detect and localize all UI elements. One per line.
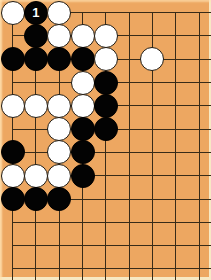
intersection[interactable] xyxy=(24,24,47,47)
intersection[interactable] xyxy=(187,24,210,47)
white-stone[interactable] xyxy=(1,94,25,118)
intersection[interactable] xyxy=(141,48,164,71)
grid-line-vertical xyxy=(152,117,153,140)
grid-line-vertical xyxy=(199,71,200,94)
grid-line-vertical xyxy=(129,48,130,71)
intersection[interactable] xyxy=(94,141,117,164)
intersection[interactable] xyxy=(187,117,210,140)
intersection[interactable] xyxy=(24,164,47,187)
grid-line-vertical xyxy=(199,257,200,280)
grid-line-vertical xyxy=(199,164,200,187)
intersection[interactable] xyxy=(141,234,164,257)
intersection[interactable] xyxy=(164,1,187,24)
intersection[interactable] xyxy=(94,24,117,47)
intersection[interactable] xyxy=(48,94,71,117)
intersection[interactable] xyxy=(1,234,24,257)
grid-line-horizontal xyxy=(13,129,25,130)
intersection[interactable] xyxy=(117,24,140,47)
grid-line-vertical xyxy=(82,257,83,280)
intersection[interactable] xyxy=(94,117,117,140)
grid-line-vertical xyxy=(35,71,36,94)
white-stone[interactable] xyxy=(71,71,95,95)
grid-line-vertical xyxy=(59,211,60,234)
intersection[interactable] xyxy=(94,71,117,94)
intersection[interactable] xyxy=(71,234,94,257)
grid-line-vertical xyxy=(12,24,13,47)
grid-line-vertical xyxy=(129,164,130,187)
grid-line-vertical xyxy=(175,141,176,164)
black-stone[interactable]: 1 xyxy=(24,1,48,25)
grid-line-vertical xyxy=(12,211,13,234)
intersection[interactable] xyxy=(164,187,187,210)
intersection[interactable] xyxy=(141,1,164,24)
black-stone[interactable] xyxy=(71,47,95,71)
white-stone[interactable] xyxy=(94,24,118,48)
black-stone[interactable] xyxy=(24,187,48,211)
intersection[interactable] xyxy=(141,141,164,164)
grid-line-horizontal xyxy=(13,245,25,246)
grid-line-vertical xyxy=(105,187,106,210)
grid-line-vertical xyxy=(105,211,106,234)
intersection[interactable] xyxy=(94,211,117,234)
grid-line-vertical xyxy=(199,24,200,47)
intersection[interactable] xyxy=(1,257,24,280)
intersection[interactable] xyxy=(94,257,117,280)
grid-line-vertical xyxy=(12,117,13,140)
black-stone[interactable] xyxy=(47,187,71,211)
intersection[interactable] xyxy=(24,94,47,117)
white-stone[interactable] xyxy=(47,24,71,48)
intersection[interactable] xyxy=(71,1,94,24)
grid-line-vertical xyxy=(12,234,13,257)
intersection[interactable] xyxy=(164,141,187,164)
intersection[interactable] xyxy=(1,48,24,71)
intersection[interactable] xyxy=(164,94,187,117)
intersection[interactable] xyxy=(117,141,140,164)
grid-line-vertical xyxy=(152,234,153,257)
intersection[interactable] xyxy=(164,24,187,47)
grid-line-vertical xyxy=(35,117,36,140)
grid-line-vertical xyxy=(35,141,36,164)
intersection[interactable] xyxy=(164,211,187,234)
intersection[interactable] xyxy=(71,187,94,210)
intersection[interactable] xyxy=(117,211,140,234)
grid-line-vertical xyxy=(129,71,130,94)
intersection[interactable] xyxy=(164,48,187,71)
grid-line-vertical xyxy=(82,234,83,257)
white-stone[interactable] xyxy=(24,164,48,188)
black-stone[interactable] xyxy=(71,117,95,141)
grid-line-vertical xyxy=(129,257,130,280)
grid-line-vertical xyxy=(199,13,200,25)
intersection[interactable] xyxy=(48,164,71,187)
intersection[interactable] xyxy=(117,48,140,71)
intersection[interactable] xyxy=(1,164,24,187)
intersection[interactable] xyxy=(1,24,24,47)
white-stone[interactable] xyxy=(1,164,25,188)
intersection[interactable] xyxy=(164,164,187,187)
black-stone[interactable] xyxy=(24,47,48,71)
white-stone[interactable] xyxy=(47,140,71,164)
intersection[interactable] xyxy=(1,117,24,140)
intersection[interactable] xyxy=(48,71,71,94)
intersection[interactable] xyxy=(187,94,210,117)
grid-line-vertical xyxy=(152,164,153,187)
grid-line-vertical xyxy=(175,94,176,117)
intersection[interactable] xyxy=(24,211,47,234)
grid-line-vertical xyxy=(105,164,106,187)
grid-line-vertical xyxy=(175,257,176,280)
grid-line-vertical xyxy=(152,94,153,117)
intersection[interactable] xyxy=(24,187,47,210)
intersection[interactable] xyxy=(117,234,140,257)
intersection[interactable] xyxy=(141,71,164,94)
intersection[interactable] xyxy=(117,1,140,24)
intersection[interactable] xyxy=(94,1,117,24)
grid-line-vertical xyxy=(152,187,153,210)
grid-line-vertical xyxy=(199,211,200,234)
grid-line-vertical xyxy=(59,71,60,94)
grid-line-vertical xyxy=(175,24,176,47)
grid-line-vertical xyxy=(105,13,106,25)
intersection[interactable] xyxy=(48,234,71,257)
intersection[interactable] xyxy=(71,257,94,280)
intersection[interactable] xyxy=(187,211,210,234)
intersection[interactable] xyxy=(94,94,117,117)
grid-line-vertical xyxy=(82,211,83,234)
grid-line-horizontal xyxy=(13,35,25,36)
grid-line-vertical xyxy=(105,141,106,164)
white-stone[interactable] xyxy=(47,94,71,118)
grid-line-vertical xyxy=(35,257,36,280)
white-stone[interactable] xyxy=(1,1,25,25)
grid-line-vertical xyxy=(152,13,153,25)
grid-line-vertical xyxy=(152,24,153,47)
black-stone[interactable] xyxy=(1,47,25,71)
black-stone[interactable] xyxy=(71,140,95,164)
intersection[interactable] xyxy=(94,234,117,257)
grid-line-vertical xyxy=(129,13,130,25)
grid-line-vertical xyxy=(175,164,176,187)
grid-line-vertical xyxy=(175,187,176,210)
intersection[interactable] xyxy=(141,117,164,140)
intersection[interactable] xyxy=(187,1,210,24)
intersection[interactable] xyxy=(71,211,94,234)
intersection[interactable] xyxy=(48,187,71,210)
intersection[interactable] xyxy=(24,141,47,164)
grid-line-vertical xyxy=(35,211,36,234)
white-stone[interactable] xyxy=(47,1,71,25)
grid-line-horizontal xyxy=(13,82,25,83)
grid-line-vertical xyxy=(175,234,176,257)
intersection[interactable] xyxy=(48,257,71,280)
intersection[interactable] xyxy=(164,117,187,140)
grid-line-vertical xyxy=(199,187,200,210)
intersection[interactable] xyxy=(141,187,164,210)
intersection[interactable] xyxy=(48,141,71,164)
intersection[interactable] xyxy=(187,48,210,71)
intersection[interactable] xyxy=(71,24,94,47)
grid-line-horizontal xyxy=(13,222,25,223)
grid-line-horizontal xyxy=(13,268,25,269)
intersection[interactable] xyxy=(71,94,94,117)
intersection[interactable] xyxy=(141,164,164,187)
grid-line-vertical xyxy=(175,71,176,94)
black-stone[interactable] xyxy=(47,47,71,71)
intersection[interactable] xyxy=(1,187,24,210)
black-stone[interactable] xyxy=(94,71,118,95)
grid-line-vertical xyxy=(129,141,130,164)
grid-line-vertical xyxy=(199,48,200,71)
intersection[interactable] xyxy=(71,141,94,164)
intersection[interactable] xyxy=(187,187,210,210)
grid-line-vertical xyxy=(199,117,200,140)
intersection[interactable] xyxy=(141,211,164,234)
grid-line-vertical xyxy=(175,13,176,25)
intersection[interactable] xyxy=(1,1,24,24)
grid-line-vertical xyxy=(82,187,83,210)
black-stone[interactable] xyxy=(1,140,25,164)
grid-line-vertical xyxy=(152,141,153,164)
intersection[interactable] xyxy=(187,257,210,280)
grid-line-vertical xyxy=(199,94,200,117)
intersection[interactable] xyxy=(141,24,164,47)
white-stone[interactable] xyxy=(71,94,95,118)
intersection[interactable] xyxy=(48,48,71,71)
intersection[interactable] xyxy=(1,71,24,94)
grid-line-vertical xyxy=(59,234,60,257)
grid-line-vertical xyxy=(105,257,106,280)
intersection[interactable] xyxy=(71,48,94,71)
grid-line-vertical xyxy=(59,257,60,280)
grid-line-vertical xyxy=(129,211,130,234)
intersection[interactable] xyxy=(117,71,140,94)
grid-line-vertical xyxy=(175,48,176,71)
white-stone[interactable] xyxy=(24,94,48,118)
intersection[interactable] xyxy=(187,164,210,187)
intersection[interactable] xyxy=(117,94,140,117)
intersection[interactable] xyxy=(24,257,47,280)
grid-line-vertical xyxy=(82,13,83,25)
white-stone[interactable] xyxy=(140,47,164,71)
grid-line-vertical xyxy=(152,211,153,234)
grid-line-vertical xyxy=(12,257,13,280)
black-stone[interactable] xyxy=(94,117,118,141)
intersection[interactable]: 1 xyxy=(24,1,47,24)
intersection[interactable] xyxy=(1,211,24,234)
intersection[interactable] xyxy=(164,257,187,280)
intersection[interactable] xyxy=(1,94,24,117)
grid-line-vertical xyxy=(12,71,13,94)
intersection[interactable] xyxy=(141,94,164,117)
grid-line-vertical xyxy=(152,257,153,280)
grid-line-vertical xyxy=(175,117,176,140)
white-stone[interactable] xyxy=(47,117,71,141)
grid-line-vertical xyxy=(199,234,200,257)
grid-line-vertical xyxy=(199,141,200,164)
black-stone[interactable] xyxy=(1,187,25,211)
intersection[interactable] xyxy=(71,71,94,94)
intersection[interactable] xyxy=(71,117,94,140)
intersection[interactable] xyxy=(48,211,71,234)
intersection[interactable] xyxy=(187,141,210,164)
grid-line-vertical xyxy=(175,211,176,234)
intersection[interactable] xyxy=(141,257,164,280)
grid-line-vertical xyxy=(105,234,106,257)
grid-line-vertical xyxy=(129,234,130,257)
intersection[interactable] xyxy=(117,187,140,210)
intersection[interactable] xyxy=(48,117,71,140)
intersection[interactable] xyxy=(94,164,117,187)
grid-line-vertical xyxy=(129,94,130,117)
grid-line-vertical xyxy=(129,117,130,140)
intersection[interactable] xyxy=(48,24,71,47)
white-stone[interactable] xyxy=(71,24,95,48)
grid-line-vertical xyxy=(129,24,130,47)
intersection[interactable] xyxy=(164,234,187,257)
intersection[interactable] xyxy=(94,48,117,71)
intersection[interactable] xyxy=(117,117,140,140)
intersection[interactable] xyxy=(24,117,47,140)
intersection[interactable] xyxy=(117,257,140,280)
grid-line-vertical xyxy=(35,234,36,257)
move-number-label: 1 xyxy=(32,6,39,19)
intersection[interactable] xyxy=(94,187,117,210)
intersection[interactable] xyxy=(164,71,187,94)
intersection[interactable] xyxy=(24,71,47,94)
intersection[interactable] xyxy=(71,164,94,187)
black-stone[interactable] xyxy=(71,164,95,188)
black-stone[interactable] xyxy=(24,24,48,48)
white-stone[interactable] xyxy=(94,47,118,71)
grid-line-vertical xyxy=(152,71,153,94)
white-stone[interactable] xyxy=(47,164,71,188)
go-board: 1 xyxy=(0,0,211,280)
black-stone[interactable] xyxy=(94,94,118,118)
intersection[interactable] xyxy=(187,71,210,94)
go-board-diagram: 1 xyxy=(0,0,211,280)
intersection[interactable] xyxy=(48,1,71,24)
intersection[interactable] xyxy=(187,234,210,257)
intersection[interactable] xyxy=(1,141,24,164)
intersection[interactable] xyxy=(24,48,47,71)
intersection[interactable] xyxy=(117,164,140,187)
grid-line-vertical xyxy=(129,187,130,210)
intersection[interactable] xyxy=(24,234,47,257)
